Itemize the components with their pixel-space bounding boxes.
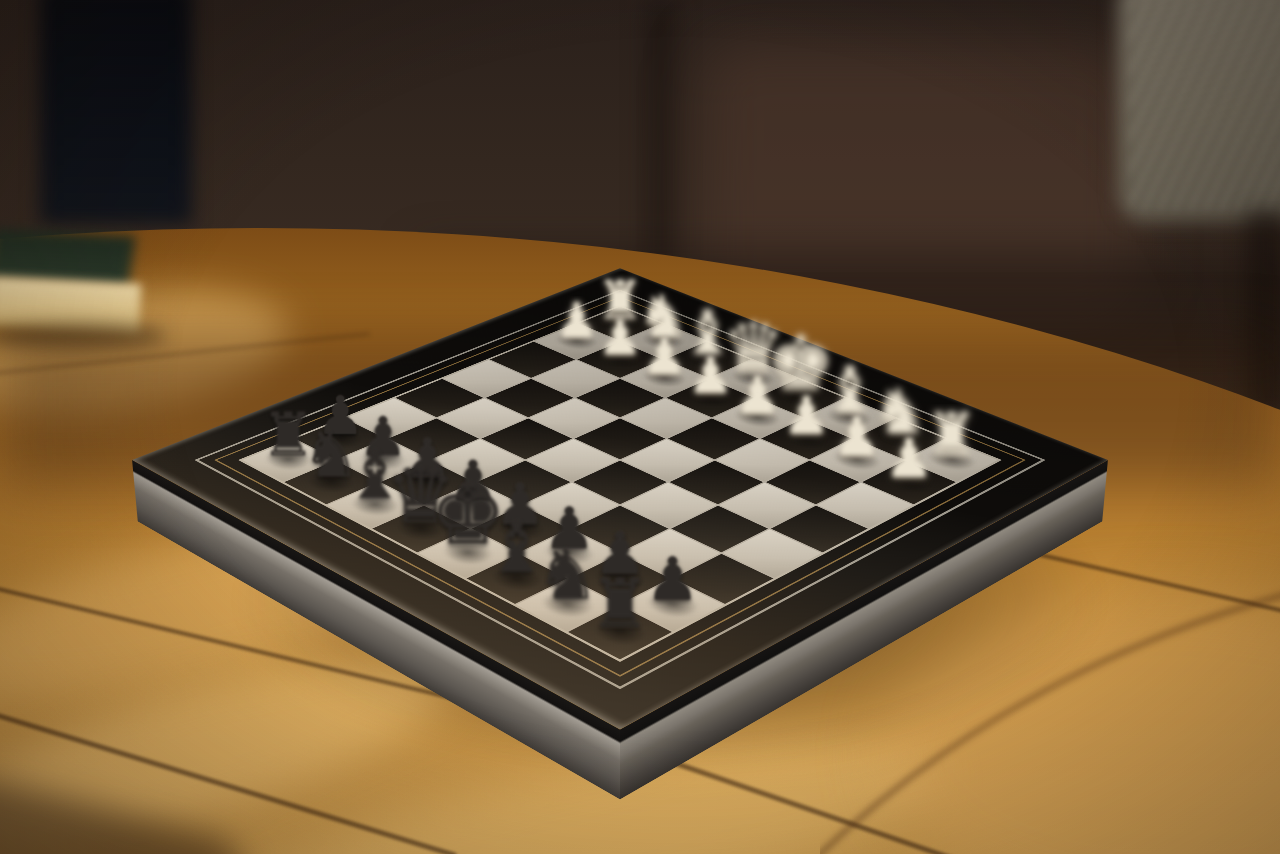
piece-white-pawn: ♟ [848,431,970,486]
chess-board-base: ♜♞♝♛♚♝♞♜♟♟♟♟♟♟♟♟♟♟♟♟♟♟♟♟♜♞♝♛♚♝♞♜ [132,268,1108,729]
board-top-face [132,268,1108,729]
piece-black-rook: ♜ [552,569,688,637]
square-h4 [771,506,868,553]
square-g4 [719,483,814,528]
scene: ♜♞♝♛♚♝♞♜♟♟♟♟♟♟♟♟♟♟♟♟♟♟♟♟♜♞♝♛♚♝♞♜ [0,0,1280,854]
square-f4 [670,461,763,505]
